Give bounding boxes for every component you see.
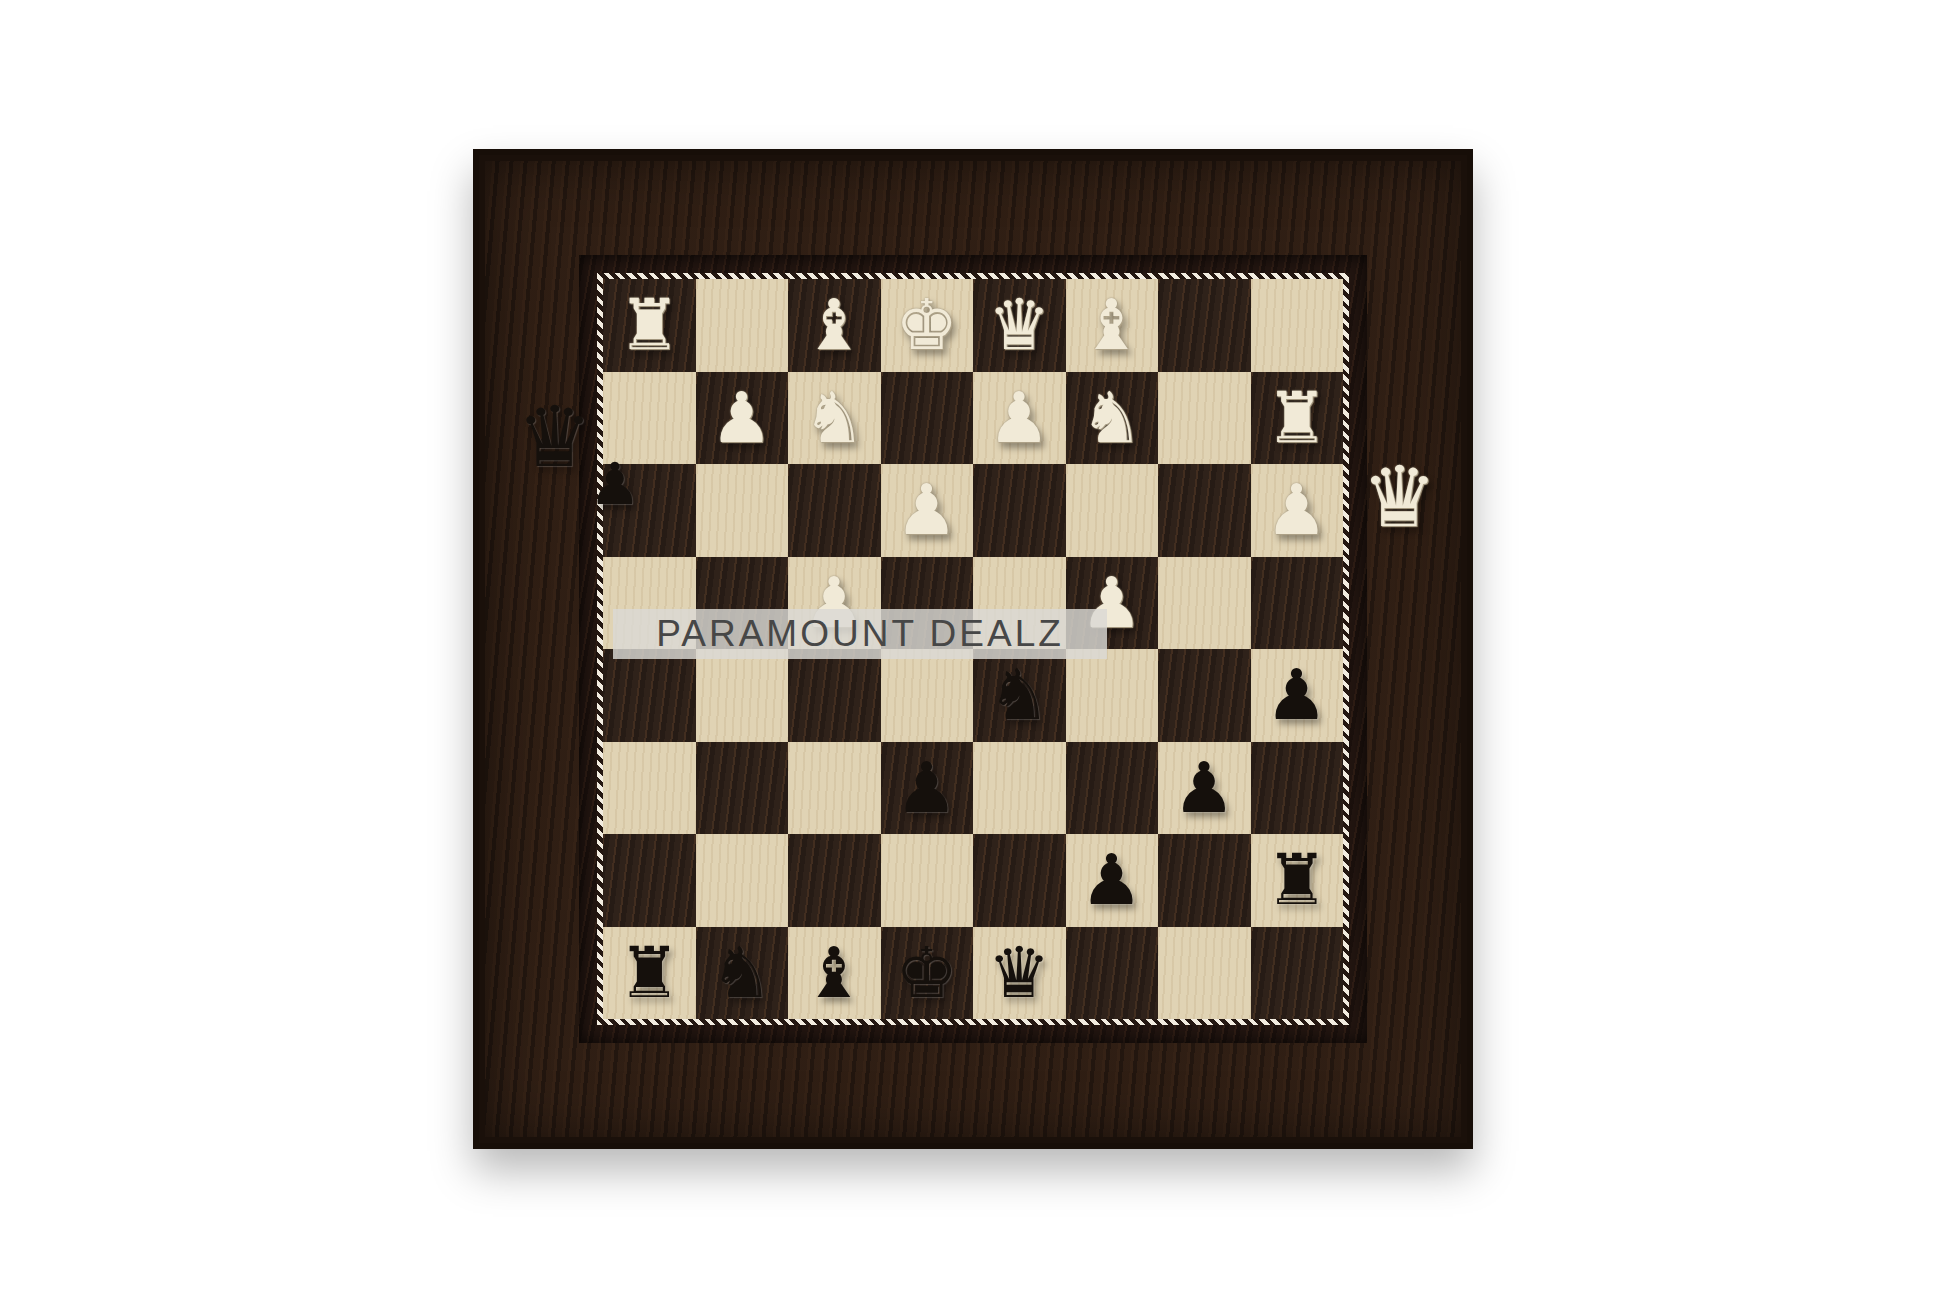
square-d6: ♟ bbox=[881, 742, 974, 835]
square-e6 bbox=[973, 742, 1066, 835]
square-h4 bbox=[1251, 557, 1344, 650]
square-e7 bbox=[973, 834, 1066, 927]
piece-white-rook: ♜ bbox=[618, 290, 681, 360]
watermark-text: PARAMOUNT DEALZ bbox=[656, 613, 1064, 655]
square-e2: ♟ bbox=[973, 372, 1066, 465]
square-c1: ♝ bbox=[788, 279, 881, 372]
square-g1 bbox=[1158, 279, 1251, 372]
square-d7 bbox=[881, 834, 974, 927]
square-b5 bbox=[696, 649, 789, 742]
watermark-band: PARAMOUNT DEALZ bbox=[613, 609, 1107, 659]
frame-display-black-queen: ♛ bbox=[517, 395, 592, 479]
frame-display-black-pawn: ♟ bbox=[589, 455, 641, 513]
piece-black-knight: ♞ bbox=[988, 660, 1051, 730]
square-c2: ♞ bbox=[788, 372, 881, 465]
piece-black-pawn: ♟ bbox=[1173, 753, 1236, 823]
square-b1 bbox=[696, 279, 789, 372]
square-b7 bbox=[696, 834, 789, 927]
piece-white-bishop: ♝ bbox=[803, 290, 866, 360]
square-h3: ♟ bbox=[1251, 464, 1344, 557]
square-a6 bbox=[603, 742, 696, 835]
square-f5 bbox=[1066, 649, 1159, 742]
square-d8: ♚ bbox=[881, 927, 974, 1020]
square-g8 bbox=[1158, 927, 1251, 1020]
square-g6: ♟ bbox=[1158, 742, 1251, 835]
piece-black-bishop: ♝ bbox=[803, 938, 866, 1008]
piece-white-knight: ♞ bbox=[803, 383, 866, 453]
square-a8: ♜ bbox=[603, 927, 696, 1020]
square-h5: ♟ bbox=[1251, 649, 1344, 742]
piece-white-pawn: ♟ bbox=[1265, 475, 1328, 545]
piece-white-queen: ♛ bbox=[1362, 448, 1437, 546]
piece-white-bishop: ♝ bbox=[1080, 290, 1143, 360]
frame-display-white-queen: ♛ bbox=[1362, 455, 1437, 539]
piece-black-pawn: ♟ bbox=[589, 450, 641, 518]
square-c3 bbox=[788, 464, 881, 557]
square-d2 bbox=[881, 372, 974, 465]
square-h1 bbox=[1251, 279, 1344, 372]
square-b2: ♟ bbox=[696, 372, 789, 465]
square-f1: ♝ bbox=[1066, 279, 1159, 372]
piece-white-knight: ♞ bbox=[1080, 383, 1143, 453]
square-e5: ♞ bbox=[973, 649, 1066, 742]
square-f7: ♟ bbox=[1066, 834, 1159, 927]
square-a5 bbox=[603, 649, 696, 742]
piece-black-pawn: ♟ bbox=[895, 753, 958, 823]
square-c8: ♝ bbox=[788, 927, 881, 1020]
square-g4 bbox=[1158, 557, 1251, 650]
piece-black-rook: ♜ bbox=[1265, 845, 1328, 915]
square-c6 bbox=[788, 742, 881, 835]
square-a1: ♜ bbox=[603, 279, 696, 372]
piece-black-king: ♚ bbox=[895, 938, 958, 1008]
square-c7 bbox=[788, 834, 881, 927]
square-g5 bbox=[1158, 649, 1251, 742]
piece-black-queen: ♛ bbox=[988, 938, 1051, 1008]
square-g3 bbox=[1158, 464, 1251, 557]
piece-white-pawn: ♟ bbox=[988, 383, 1051, 453]
square-d5 bbox=[881, 649, 974, 742]
product-photo-stage: ♜♝♚♛♝♟♞♟♞♜♟♟♟♟♞♟♟♟♟♜♜♞♝♚♛ ♛ ♟ ♛ PARAMOUN… bbox=[0, 0, 1946, 1298]
square-d1: ♚ bbox=[881, 279, 974, 372]
square-a7 bbox=[603, 834, 696, 927]
piece-white-queen: ♛ bbox=[988, 290, 1051, 360]
piece-white-pawn: ♟ bbox=[710, 383, 773, 453]
square-h6 bbox=[1251, 742, 1344, 835]
square-b6 bbox=[696, 742, 789, 835]
square-e8: ♛ bbox=[973, 927, 1066, 1020]
square-e3 bbox=[973, 464, 1066, 557]
piece-white-king: ♚ bbox=[895, 290, 958, 360]
piece-white-rook: ♜ bbox=[1265, 383, 1328, 453]
square-g2 bbox=[1158, 372, 1251, 465]
piece-black-rook: ♜ bbox=[618, 938, 681, 1008]
square-b3 bbox=[696, 464, 789, 557]
square-c5 bbox=[788, 649, 881, 742]
square-h2: ♜ bbox=[1251, 372, 1344, 465]
square-g7 bbox=[1158, 834, 1251, 927]
square-h7: ♜ bbox=[1251, 834, 1344, 927]
square-f6 bbox=[1066, 742, 1159, 835]
square-f2: ♞ bbox=[1066, 372, 1159, 465]
piece-black-pawn: ♟ bbox=[1265, 660, 1328, 730]
square-b8: ♞ bbox=[696, 927, 789, 1020]
square-f8 bbox=[1066, 927, 1159, 1020]
piece-white-pawn: ♟ bbox=[895, 475, 958, 545]
piece-black-knight: ♞ bbox=[710, 938, 773, 1008]
square-f3 bbox=[1066, 464, 1159, 557]
piece-black-pawn: ♟ bbox=[1080, 845, 1143, 915]
square-e1: ♛ bbox=[973, 279, 1066, 372]
square-d3: ♟ bbox=[881, 464, 974, 557]
piece-black-queen: ♛ bbox=[517, 388, 592, 486]
square-h8 bbox=[1251, 927, 1344, 1020]
